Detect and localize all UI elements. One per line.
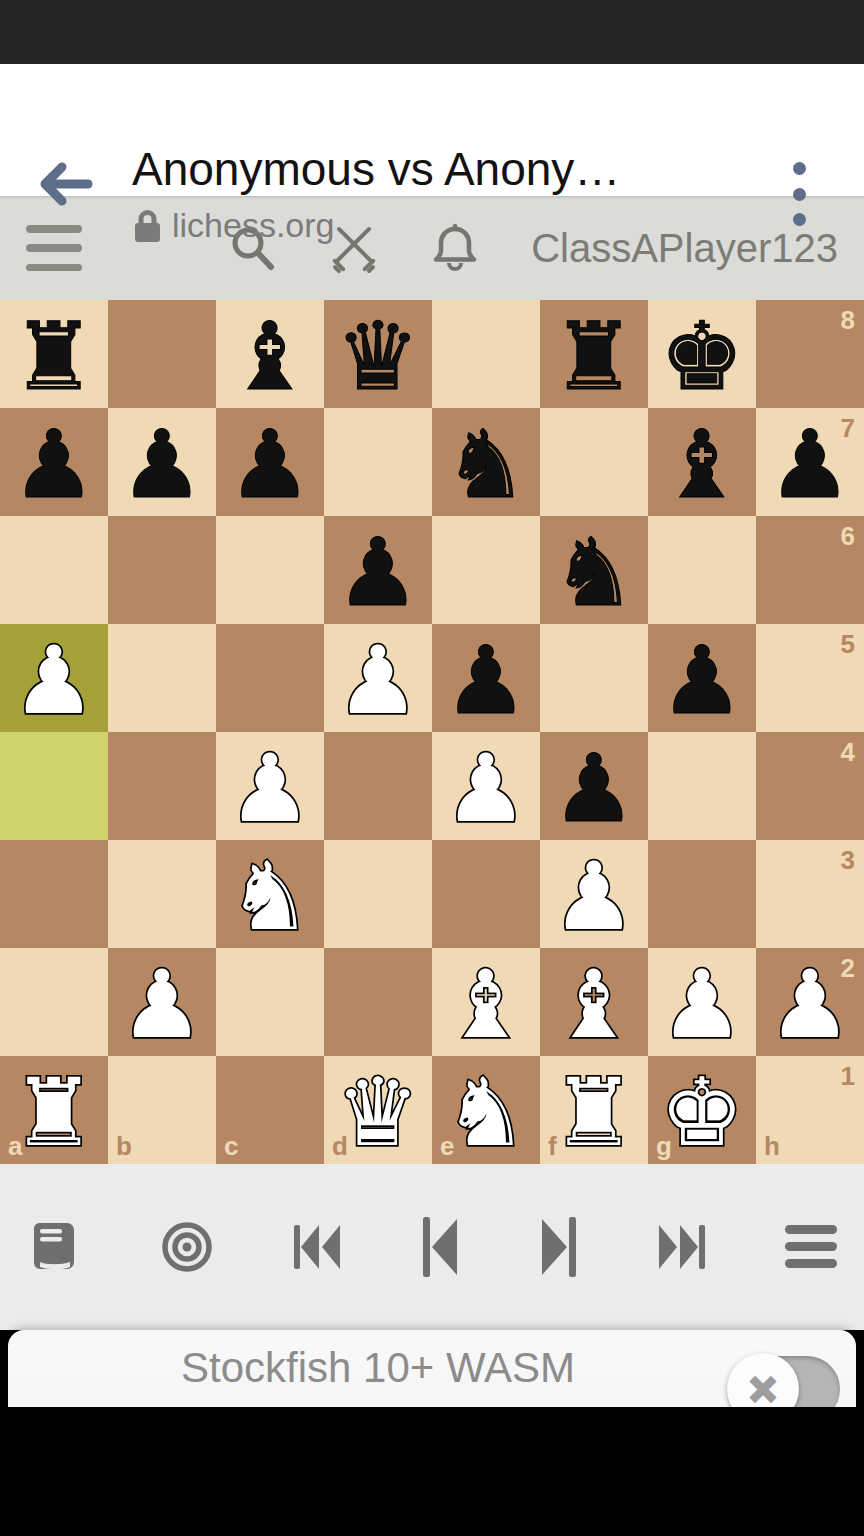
- square-b1[interactable]: b: [108, 1056, 216, 1164]
- square-h1[interactable]: h1: [756, 1056, 864, 1164]
- piece-black-knight: ♞: [540, 516, 648, 624]
- square-b6[interactable]: [108, 516, 216, 624]
- square-c6[interactable]: [216, 516, 324, 624]
- target-icon: [159, 1219, 215, 1275]
- square-h8[interactable]: 8: [756, 300, 864, 408]
- piece-white-pawn: ♟: [324, 624, 432, 732]
- square-e4[interactable]: ♟: [432, 732, 540, 840]
- coord-rank-8: 8: [841, 305, 855, 336]
- piece-black-bishop: ♝: [648, 408, 756, 516]
- square-e1[interactable]: ♞e: [432, 1056, 540, 1164]
- back-arrow-icon: [36, 160, 96, 208]
- square-f8[interactable]: ♜: [540, 300, 648, 408]
- piece-black-rook: ♜: [0, 300, 108, 408]
- square-a8[interactable]: ♜: [0, 300, 108, 408]
- square-b7[interactable]: ♟: [108, 408, 216, 516]
- square-d6[interactable]: ♟: [324, 516, 432, 624]
- coord-rank-1: 1: [841, 1061, 855, 1092]
- chess-board: ♜♝♛♜♚8♟♟♟♞♝♟7♟♞6♟♟♟♟5♟♟♟4♞♟3♟♝♝♟♟2♜abc♛d…: [0, 300, 864, 1164]
- piece-black-king: ♚: [648, 300, 756, 408]
- piece-black-pawn: ♟: [432, 624, 540, 732]
- square-h4[interactable]: 4: [756, 732, 864, 840]
- browser-header: Anonymous vs Anony… lichess.org: [0, 64, 864, 196]
- piece-black-pawn: ♟: [108, 408, 216, 516]
- coord-file-a: a: [8, 1131, 22, 1162]
- piece-black-pawn: ♟: [540, 732, 648, 840]
- piece-white-bishop: ♝: [432, 948, 540, 1056]
- coord-file-b: b: [116, 1131, 132, 1162]
- square-a2[interactable]: [0, 948, 108, 1056]
- square-d8[interactable]: ♛: [324, 300, 432, 408]
- coord-rank-6: 6: [841, 521, 855, 552]
- skip-to-end-button[interactable]: [657, 1219, 707, 1275]
- piece-black-pawn: ♟: [648, 624, 756, 732]
- lock-icon: [132, 208, 162, 244]
- square-d7[interactable]: [324, 408, 432, 516]
- page-title: Anonymous vs Anony…: [132, 142, 692, 196]
- bottom-black-band: [0, 1407, 864, 1536]
- status-bar: [0, 0, 864, 64]
- top-nav: ClassAPlayer123: [0, 196, 864, 300]
- phone-screen: Anonymous vs Anony… lichess.org: [0, 0, 864, 1536]
- piece-white-pawn: ♟: [540, 840, 648, 948]
- square-e2[interactable]: ♝: [432, 948, 540, 1056]
- coord-file-e: e: [440, 1131, 454, 1162]
- square-c3[interactable]: ♞: [216, 840, 324, 948]
- square-g8[interactable]: ♚: [648, 300, 756, 408]
- square-e6[interactable]: [432, 516, 540, 624]
- coord-rank-2: 2: [841, 953, 855, 984]
- square-b4[interactable]: [108, 732, 216, 840]
- square-f6[interactable]: ♞: [540, 516, 648, 624]
- piece-white-pawn: ♟: [108, 948, 216, 1056]
- square-e3[interactable]: [432, 840, 540, 948]
- square-h2[interactable]: ♟2: [756, 948, 864, 1056]
- square-b8[interactable]: [108, 300, 216, 408]
- analysis-toolbar: [0, 1164, 864, 1330]
- skip-to-start-button[interactable]: [292, 1219, 342, 1275]
- square-g5[interactable]: ♟: [648, 624, 756, 732]
- square-g6[interactable]: [648, 516, 756, 624]
- url-text: lichess.org: [172, 206, 335, 245]
- square-c1[interactable]: c: [216, 1056, 324, 1164]
- square-h5[interactable]: 5: [756, 624, 864, 732]
- square-c8[interactable]: ♝: [216, 300, 324, 408]
- book-icon: [26, 1219, 82, 1275]
- piece-white-knight: ♞: [216, 840, 324, 948]
- notifications-button[interactable]: [429, 221, 481, 275]
- square-e8[interactable]: [432, 300, 540, 408]
- bell-icon: [429, 221, 481, 275]
- square-h6[interactable]: 6: [756, 516, 864, 624]
- piece-white-pawn: ♟: [432, 732, 540, 840]
- menu-icon: [784, 1223, 838, 1271]
- square-g4[interactable]: [648, 732, 756, 840]
- square-f4[interactable]: ♟: [540, 732, 648, 840]
- square-d4[interactable]: [324, 732, 432, 840]
- step-back-icon: [419, 1215, 461, 1279]
- piece-black-queen: ♛: [324, 300, 432, 408]
- square-c7[interactable]: ♟: [216, 408, 324, 516]
- square-c5[interactable]: [216, 624, 324, 732]
- square-f5[interactable]: [540, 624, 648, 732]
- skip-to-end-icon: [657, 1219, 707, 1275]
- kebab-menu-icon[interactable]: [792, 162, 806, 226]
- crossed-swords-icon: [327, 221, 381, 275]
- challenges-button[interactable]: [327, 221, 381, 275]
- hamburger-menu-icon[interactable]: [26, 225, 82, 271]
- square-d3[interactable]: [324, 840, 432, 948]
- square-b5[interactable]: [108, 624, 216, 732]
- step-forward-button[interactable]: [538, 1215, 580, 1279]
- piece-white-bishop: ♝: [540, 948, 648, 1056]
- piece-black-rook: ♜: [540, 300, 648, 408]
- piece-black-pawn: ♟: [216, 408, 324, 516]
- square-f1[interactable]: ♜f: [540, 1056, 648, 1164]
- square-f2[interactable]: ♝: [540, 948, 648, 1056]
- square-g1[interactable]: ♚g: [648, 1056, 756, 1164]
- piece-white-pawn: ♟: [648, 948, 756, 1056]
- piece-black-pawn: ♟: [324, 516, 432, 624]
- square-e5[interactable]: ♟: [432, 624, 540, 732]
- square-d2[interactable]: [324, 948, 432, 1056]
- square-a6[interactable]: [0, 516, 108, 624]
- username[interactable]: ClassAPlayer123: [531, 226, 838, 271]
- coord-rank-7: 7: [841, 413, 855, 444]
- square-a5[interactable]: ♟: [0, 624, 108, 732]
- engine-name: Stockfish 10+ WASM: [8, 1344, 748, 1392]
- coord-file-c: c: [224, 1131, 238, 1162]
- square-a3[interactable]: [0, 840, 108, 948]
- square-d5[interactable]: ♟: [324, 624, 432, 732]
- square-g3[interactable]: [648, 840, 756, 948]
- square-g7[interactable]: ♝: [648, 408, 756, 516]
- square-a1[interactable]: ♜a: [0, 1056, 108, 1164]
- square-g2[interactable]: ♟: [648, 948, 756, 1056]
- back-button[interactable]: [36, 160, 96, 208]
- piece-black-knight: ♞: [432, 408, 540, 516]
- square-e7[interactable]: ♞: [432, 408, 540, 516]
- square-a7[interactable]: ♟: [0, 408, 108, 516]
- piece-white-pawn: ♟: [216, 732, 324, 840]
- coord-rank-5: 5: [841, 629, 855, 660]
- square-f3[interactable]: ♟: [540, 840, 648, 948]
- skip-to-start-icon: [292, 1219, 342, 1275]
- coord-rank-3: 3: [841, 845, 855, 876]
- square-h3[interactable]: 3: [756, 840, 864, 948]
- square-b3[interactable]: [108, 840, 216, 948]
- coord-rank-4: 4: [841, 737, 855, 768]
- square-h7[interactable]: ♟7: [756, 408, 864, 516]
- square-d1[interactable]: ♛d: [324, 1056, 432, 1164]
- step-back-button[interactable]: [419, 1215, 461, 1279]
- square-f7[interactable]: [540, 408, 648, 516]
- step-forward-icon: [538, 1215, 580, 1279]
- piece-white-pawn: ♟: [0, 624, 108, 732]
- piece-black-pawn: ♟: [0, 408, 108, 516]
- square-a4[interactable]: [0, 732, 108, 840]
- piece-black-bishop: ♝: [216, 300, 324, 408]
- square-c2[interactable]: [216, 948, 324, 1056]
- square-b2[interactable]: ♟: [108, 948, 216, 1056]
- coord-file-d: d: [332, 1131, 348, 1162]
- opening-book-button[interactable]: [26, 1219, 82, 1275]
- coord-file-g: g: [656, 1131, 672, 1162]
- square-c4[interactable]: ♟: [216, 732, 324, 840]
- menu-button[interactable]: [784, 1223, 838, 1271]
- url-bar: lichess.org: [132, 206, 335, 245]
- coord-file-f: f: [548, 1131, 557, 1162]
- coord-file-h: h: [764, 1131, 780, 1162]
- engine-gauge-button[interactable]: [159, 1219, 215, 1275]
